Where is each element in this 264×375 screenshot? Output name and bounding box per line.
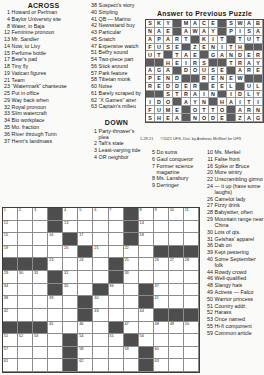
puzzle-black-cell [109, 258, 124, 271]
puzzle-cell-16[interactable]: 16 [48, 233, 63, 246]
cell-number: 11 [185, 208, 189, 212]
answer-letter-cell: R [236, 59, 245, 67]
answer-letter-cell: A [164, 67, 173, 75]
puzzle-cell-3-11[interactable] [154, 233, 169, 246]
puzzle-cell-7-2[interactable] [18, 284, 33, 297]
clue-22: 22Unscrambling gizmo [204, 176, 264, 182]
clue-51: 51Country addr. [204, 303, 264, 309]
puzzle-cell-33[interactable]: 33 [124, 271, 139, 284]
puzzle-cell-45[interactable]: 45 [48, 322, 63, 335]
puzzle-cell-12-4[interactable] [48, 347, 63, 360]
clue-44: 44Rowdy crowd [204, 269, 264, 275]
puzzle-cell-10[interactable]: 10 [169, 208, 184, 221]
clue-number: 42 [88, 22, 99, 28]
puzzle-cell-24[interactable]: 24 [78, 258, 93, 271]
puzzle-cell-12-7[interactable] [93, 347, 108, 360]
answer-letter-cell: N [227, 51, 236, 59]
previous-answer-grid: SKYMACESWABNAEAWAYPISAAPARTKITTUTFUSEZEN… [145, 19, 264, 123]
puzzle-cell-7-12[interactable] [169, 284, 184, 297]
answer-letter-cell: D [236, 51, 245, 59]
clue-7: 7Former science magazine [146, 163, 202, 175]
clue-text: Newsstand buy [99, 22, 145, 28]
puzzle-cell-8-2[interactable] [18, 296, 33, 309]
clue-31: 31Geishas’ apparel [204, 236, 264, 242]
puzzle-cell-54[interactable]: 54 [78, 334, 93, 347]
puzzle-cell-9-5[interactable] [63, 309, 78, 322]
puzzle-black-cell [63, 233, 78, 246]
puzzle-cell-8-3[interactable] [33, 296, 48, 309]
clue-63: 63Captain’s milieu [88, 103, 145, 109]
answer-letter-cell: I [200, 91, 209, 99]
answer-letter-cell: S [245, 28, 254, 36]
answer-black-cell [218, 28, 227, 36]
puzzle-cell-47[interactable]: 47 [124, 322, 139, 335]
answer-letter-cell: N [146, 28, 155, 36]
answer-letter-cell: W [236, 20, 245, 28]
answer-black-cell [236, 83, 245, 91]
clue-number: 24 [204, 183, 215, 195]
puzzle-cell-5-7[interactable] [93, 258, 108, 271]
puzzle-cell-28[interactable]: 28 [184, 258, 199, 271]
puzzle-cell-39[interactable]: 39 [48, 296, 63, 309]
answer-letter-cell: M [182, 20, 191, 28]
clue-number: 51 [204, 303, 215, 309]
across-clue-list-2: 38Suspect’s story40Stripling41QB — Marin… [88, 2, 145, 110]
clue-2: 2Taft’s state [88, 140, 145, 146]
clue-text: Mo. fraction [12, 124, 86, 130]
puzzle-cell-49[interactable]: 49 [169, 322, 184, 335]
puzzle-cell-3-12[interactable] [169, 233, 184, 246]
puzzle-cell-2-13[interactable] [184, 221, 199, 234]
clue-text: Actress — Falco [215, 289, 264, 295]
answer-black-cell [146, 59, 155, 67]
puzzle-cell-6-12[interactable] [169, 271, 184, 284]
answer-letter-cell: L [254, 83, 263, 91]
puzzle-cell-9-8[interactable] [109, 309, 124, 322]
puzzle-cell-2-12[interactable] [169, 221, 184, 234]
puzzle-cell-8-12[interactable] [169, 296, 184, 309]
clue-number: 7 [146, 163, 157, 175]
puzzle-cell-3-7[interactable] [93, 233, 108, 246]
puzzle-black-cell [184, 309, 199, 322]
answer-letter-cell: R [182, 91, 191, 99]
clue-number: 17 [1, 56, 12, 62]
puzzle-cell-3-8[interactable] [109, 233, 124, 246]
puzzle-cell-2-11[interactable] [154, 221, 169, 234]
answer-black-cell [200, 51, 209, 59]
clue-number: 40 [204, 256, 215, 268]
clue-36: 36Dab on [204, 242, 264, 248]
puzzle-cell-35[interactable]: 35 [63, 284, 78, 297]
clue-37: 37Henri’s landmass [1, 138, 86, 144]
puzzle-cell-7[interactable]: 7 [109, 208, 124, 221]
answer-letter-cell: K [200, 36, 209, 44]
puzzle-cell-10-5[interactable] [63, 322, 78, 335]
answer-letter-cell: A [182, 51, 191, 59]
puzzle-black-cell [78, 309, 93, 322]
cell-number: 49 [170, 322, 174, 326]
puzzle-cell-23[interactable]: 23 [48, 258, 63, 271]
answer-letter-cell: T [218, 36, 227, 44]
puzzle-cell-11-11[interactable] [154, 334, 169, 347]
puzzle-cell-7-3[interactable] [33, 284, 48, 297]
answer-letter-cell: R [245, 67, 254, 75]
puzzle-cell-11-4[interactable] [48, 334, 63, 347]
down-clue-list-2: 5Do sums6Gaul conqueror7Former science m… [146, 149, 202, 188]
puzzle-cell-8-13[interactable] [184, 296, 199, 309]
puzzle-cell-30[interactable]: 30 [18, 271, 33, 284]
puzzle-cell-6[interactable]: 6 [93, 208, 108, 221]
puzzle-cell-6-7[interactable] [93, 271, 108, 284]
clue-text: Feminine pronoun [12, 29, 86, 35]
cell-number: 38 [4, 296, 8, 300]
puzzle-cell-13-12[interactable] [169, 359, 184, 372]
puzzle-cell-41[interactable]: 41 [154, 296, 169, 309]
cell-number: 27 [170, 258, 174, 262]
cell-number: 62 [79, 359, 83, 363]
answer-letter-cell: A [245, 59, 254, 67]
puzzle-cell-13-9[interactable] [124, 359, 139, 372]
puzzle-cell-7-9[interactable] [124, 284, 139, 297]
answer-letter-cell: T [155, 51, 164, 59]
puzzle-cell-6-6[interactable] [78, 271, 93, 284]
answer-letter-cell: O [200, 114, 209, 122]
clue-43: 43Particular [88, 29, 145, 35]
puzzle-cell-3-3[interactable] [33, 233, 48, 246]
answer-letter-cell: E [164, 28, 173, 36]
puzzle-cell-10-7[interactable] [93, 322, 108, 335]
answer-letter-cell: N [218, 75, 227, 83]
puzzle-cell-3-2[interactable] [18, 233, 33, 246]
copyright-text: ©2021 UFS, Dist. by Andrews McMeel for U… [160, 136, 241, 141]
puzzle-black-cell [139, 347, 154, 360]
clue-4: 4OR neighbor [88, 154, 145, 160]
cell-number: 45 [49, 322, 53, 326]
cell-number: 22 [124, 246, 128, 250]
clue-number: 12 [1, 29, 12, 35]
cell-number: 32 [64, 271, 68, 275]
answer-letter-cell: T [173, 91, 182, 99]
puzzle-cell-9-4[interactable] [48, 309, 63, 322]
puzzle-cell-13[interactable]: 13 [63, 221, 78, 234]
answer-letter-cell: R [191, 83, 200, 91]
clue-4: 4Baylor University site [1, 16, 86, 22]
puzzle-cell-17[interactable]: 17 [78, 233, 93, 246]
puzzle-cell-31[interactable]: 31 [33, 271, 48, 284]
answer-letter-cell: R [191, 59, 200, 67]
puzzle-cell-52[interactable]: 52 [18, 334, 33, 347]
answer-black-cell [200, 83, 209, 91]
answer-black-cell [191, 36, 200, 44]
cell-number: 61 [4, 359, 8, 363]
puzzle-cell-44[interactable]: 44 [139, 309, 154, 322]
clue-text: Harass [215, 309, 264, 315]
puzzle-cell-2[interactable]: 2 [18, 208, 33, 221]
clue-text: Do sums [157, 149, 202, 155]
puzzle-cell-51[interactable]: 51 [3, 334, 18, 347]
answer-letter-cell: N [164, 75, 173, 83]
puzzle-cell-13-4[interactable] [48, 359, 63, 372]
puzzle-cell-63[interactable]: 63 [154, 359, 169, 372]
clue-text: Royal pronoun [12, 104, 86, 110]
answer-black-cell [182, 106, 191, 114]
puzzle-cell-27[interactable]: 27 [169, 258, 184, 271]
cell-number: 6 [94, 208, 96, 212]
cell-number: 17 [79, 233, 83, 237]
answer-letter-cell: A [236, 106, 245, 114]
puzzle-cell-9-2[interactable] [18, 309, 33, 322]
answer-header: Answer to Previous Puzzle [145, 10, 264, 17]
puzzle-cell-9[interactable]: 9 [154, 208, 169, 221]
clue-30: 30Lots of qts. [204, 229, 264, 235]
clue-text: Lots of qts. [215, 229, 264, 235]
answer-letter-cell: U [146, 51, 155, 59]
puzzle-cell-11-7[interactable] [93, 334, 108, 347]
cell-number: 28 [185, 258, 189, 262]
clue-48: 48Slangy hats [204, 282, 264, 288]
puzzle-cell-4-10[interactable] [139, 246, 154, 259]
puzzle-cell-59[interactable]: 59 [124, 347, 139, 360]
answer-letter-cell: Y [254, 91, 263, 99]
puzzle-cell-29[interactable]: 29 [3, 271, 18, 284]
clue-32: 32Royal pronoun [1, 104, 86, 110]
clue-text: Particular [99, 29, 145, 35]
answer-letter-cell: H [236, 44, 245, 52]
puzzle-cell-11[interactable]: 11 [184, 208, 199, 221]
puzzle-cell-13-7[interactable] [93, 359, 108, 372]
answer-letter-cell: E [173, 59, 182, 67]
puzzle-cell-61[interactable]: 61 [3, 359, 18, 372]
puzzle-cell-55[interactable]: 55 [109, 334, 124, 347]
puzzle-cell-19[interactable]: 19 [3, 246, 18, 259]
answer-letter-cell: O [218, 106, 227, 114]
clue-number: 11 [204, 156, 215, 162]
answer-letter-cell: E [182, 83, 191, 91]
down-clue-list-1: 1Party-thrower’s plea2Taft’s state3Least… [88, 128, 145, 160]
cell-number: 33 [124, 271, 128, 275]
answer-letter-cell: E [191, 51, 200, 59]
puzzle-cell-2-3[interactable] [33, 221, 48, 234]
answer-letter-cell: A [236, 67, 245, 75]
across-clue-list-1: 1Howard or Perlman4Baylor University sit… [1, 9, 86, 144]
puzzle-cell-2-2[interactable] [18, 221, 33, 234]
clue-34: 34Bio workplace [1, 117, 86, 123]
puzzle-cell-8-9[interactable] [124, 296, 139, 309]
puzzle-cell-12-8[interactable] [109, 347, 124, 360]
answer-letter-cell: C [200, 20, 209, 28]
clue-number: 47 [88, 43, 99, 49]
clue-text: Least-varying tide [99, 147, 145, 153]
answer-letter-cell: E [218, 83, 227, 91]
puzzle-cell-20[interactable]: 20 [63, 246, 78, 259]
cell-number: 31 [34, 271, 38, 275]
puzzle-cell-13-13[interactable] [184, 359, 199, 372]
puzzle-black-cell [109, 271, 124, 284]
clue-59: 59Common article [204, 330, 264, 336]
answer-letter-cell: D [173, 75, 182, 83]
clue-text: Country addr. [215, 303, 264, 309]
puzzle-cell-3-13[interactable] [184, 233, 199, 246]
puzzle-cell-1[interactable]: 1 [3, 208, 18, 221]
puzzle-cell-32[interactable]: 32 [63, 271, 78, 284]
clue-29: 29Mountain range near China [204, 216, 264, 228]
answer-letter-cell: N [209, 44, 218, 52]
cell-number: 43 [94, 309, 98, 313]
puzzle-cell-62[interactable]: 62 [78, 359, 93, 372]
cell-number: 30 [19, 271, 23, 275]
puzzle-cell-9-3[interactable] [33, 309, 48, 322]
answer-letter-cell: P [146, 75, 155, 83]
puzzle-cell-36[interactable]: 36 [109, 284, 124, 297]
answer-letter-cell: P [155, 36, 164, 44]
answer-letter-cell: T [227, 59, 236, 67]
puzzle-cell-4-3[interactable] [33, 246, 48, 259]
puzzle-cell-4-8[interactable] [109, 246, 124, 259]
clue-text: Taft’s state [99, 140, 145, 146]
answer-letter-cell: N [200, 98, 209, 106]
puzzle-cell-6-13[interactable] [184, 271, 199, 284]
answer-letter-cell: I [227, 91, 236, 99]
puzzle-cell-26[interactable]: 26 [154, 258, 169, 271]
clue-61: 61Barely scraped by [88, 90, 145, 96]
puzzle-cell-15[interactable]: 15 [3, 233, 18, 246]
clue-text: Well-qualified [215, 275, 264, 281]
answer-letter-cell: I [209, 36, 218, 44]
answer-letter-cell: E [218, 67, 227, 75]
clue-41: 41QB — Marino [88, 16, 145, 22]
clue-38: 38Suspect’s story [88, 2, 145, 8]
answer-letter-cell: L [245, 91, 254, 99]
clue-12: 12Feminine pronoun [1, 29, 86, 35]
answer-letter-cell: M [164, 106, 173, 114]
clue-text: Park feature [99, 70, 145, 76]
puzzle-cell-8-8[interactable] [109, 296, 124, 309]
answer-letter-cell: E [245, 51, 254, 59]
clue-number: 32 [1, 104, 12, 110]
puzzle-cell-11-12[interactable] [169, 334, 184, 347]
answer-letter-cell: T [227, 44, 236, 52]
cell-number: 56 [139, 334, 143, 338]
clue-text: Warrior princess [215, 296, 264, 302]
clue-text: Team [12, 77, 86, 83]
puzzle-cell-6-11[interactable] [154, 271, 169, 284]
answer-black-cell [191, 75, 200, 83]
clue-text: False front [215, 156, 264, 162]
puzzle-cell-13-8[interactable] [109, 359, 124, 372]
puzzle-cell-43[interactable]: 43 [93, 309, 108, 322]
clue-number: 16 [204, 163, 215, 169]
answer-letter-cell: A [164, 36, 173, 44]
clue-number: 57 [88, 70, 99, 76]
clue-52: 52Harass [204, 309, 264, 315]
cell-number: 4 [64, 208, 66, 212]
clue-number: 59 [204, 330, 215, 336]
answer-letter-cell: F [146, 106, 155, 114]
clue-text: Captain’s milieu [99, 103, 145, 109]
puzzle-cell-4-2[interactable] [18, 246, 33, 259]
puzzle-cell-42[interactable]: 42 [3, 309, 18, 322]
clue-55: 55Hi-fi component [204, 323, 264, 329]
puzzle-cell-13-3[interactable] [33, 359, 48, 372]
answer-black-cell [182, 114, 191, 122]
cell-number: 60 [155, 347, 159, 351]
puzzle-cell-9-9[interactable] [124, 309, 139, 322]
puzzle-cell-12-3[interactable] [33, 347, 48, 360]
answer-letter-cell: S [200, 59, 209, 67]
puzzle-cell-3[interactable]: 3 [33, 208, 48, 221]
puzzle-cell-8[interactable]: 8 [139, 208, 154, 221]
answer-letter-cell: D [209, 114, 218, 122]
clue-number: 39 [204, 249, 215, 255]
clue-8: 8Ms. Lansbury [146, 175, 202, 181]
puzzle-cell-5[interactable]: 5 [78, 208, 93, 221]
cell-number: 36 [109, 284, 113, 288]
clue-36: 36River through Turin [1, 131, 86, 137]
puzzle-cell-5-10[interactable] [139, 258, 154, 271]
clue-number: 51 [88, 49, 99, 55]
clue-text: Party-thrower’s plea [99, 128, 145, 140]
answer-letter-cell: K [155, 20, 164, 28]
puzzle-cell-13-2[interactable] [18, 359, 33, 372]
clue-text: Slim watercraft [12, 110, 86, 116]
answer-letter-cell: W [191, 28, 200, 36]
puzzle-cell-7-13[interactable] [184, 284, 199, 297]
clue-text: Water, in Baja [12, 23, 86, 29]
answer-letter-cell: T [245, 98, 254, 106]
clue-number: 36 [1, 131, 12, 137]
cell-number: 52 [19, 334, 23, 338]
puzzle-cell-50[interactable]: 50 [184, 322, 199, 335]
puzzle-cell-21[interactable]: 21 [93, 246, 108, 259]
down-clues-column-2: 5Do sums6Gaul conqueror7Former science m… [146, 149, 202, 189]
puzzle-cell-53[interactable]: 53 [33, 334, 48, 347]
clue-number: 3 [88, 147, 99, 153]
puzzle-cell-12-13[interactable] [184, 347, 199, 360]
puzzle-cell-11-13[interactable] [184, 334, 199, 347]
clue-33: 33Slim watercraft [1, 110, 86, 116]
puzzle-cell-2-8[interactable] [109, 221, 124, 234]
clue-text: “Watermark” chanteuse [12, 83, 86, 89]
puzzle-cell-12-2[interactable] [18, 347, 33, 360]
clue-28: 28Babysitter, often [204, 209, 264, 215]
puzzle-black-cell [139, 284, 154, 297]
puzzle-cell-18[interactable]: 18 [139, 233, 154, 246]
clue-15: 15Perfume bottle [1, 50, 86, 56]
puzzle-cell-7-6[interactable] [78, 284, 93, 297]
puzzle-cell-56[interactable]: 56 [139, 334, 154, 347]
puzzle-black-cell [124, 208, 139, 221]
puzzle-cell-2-7[interactable] [93, 221, 108, 234]
cell-number: 39 [49, 296, 53, 300]
cell-number: 48 [155, 322, 159, 326]
clue-number: 10 [204, 149, 215, 155]
clue-text: Baylor University site [12, 16, 86, 22]
puzzle-cell-48[interactable]: 48 [154, 322, 169, 335]
answer-letter-cell: W [236, 75, 245, 83]
puzzle-cell-4[interactable]: 4 [63, 208, 78, 221]
puzzle-cell-12-12[interactable] [169, 347, 184, 360]
answer-letter-cell: E [173, 106, 182, 114]
answer-letter-cell: A [245, 114, 254, 122]
answer-letter-cell: H [155, 114, 164, 122]
puzzle-cell-6-10[interactable] [139, 271, 154, 284]
clue-number: 49 [204, 289, 215, 295]
answer-black-cell [218, 59, 227, 67]
clue-number: 34 [1, 117, 12, 123]
puzzle-cell-8-5[interactable] [63, 296, 78, 309]
puzzle-black-cell [63, 359, 78, 372]
clue-text: Mr. Sandler [12, 36, 86, 42]
